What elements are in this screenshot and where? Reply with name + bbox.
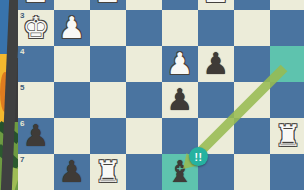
black-pawn-g7[interactable]: ♟: [54, 154, 90, 190]
square-a4[interactable]: [270, 46, 304, 82]
white-rook-a6[interactable]: ♜: [270, 118, 304, 154]
square-d5[interactable]: ♟: [162, 82, 198, 118]
video-frame-strip: [0, 0, 18, 190]
square-f4[interactable]: [90, 46, 126, 82]
white-rook-f7[interactable]: ♜: [90, 154, 126, 190]
square-e5[interactable]: [126, 82, 162, 118]
square-h5[interactable]: 5: [18, 82, 54, 118]
square-g7[interactable]: ♟: [54, 154, 90, 190]
square-e2[interactable]: [126, 0, 162, 10]
square-h6[interactable]: 6♟: [18, 118, 54, 154]
square-b6[interactable]: [234, 118, 270, 154]
black-pawn-c4[interactable]: ♟: [198, 46, 234, 82]
square-h2[interactable]: ♟: [18, 0, 54, 10]
square-d3[interactable]: [162, 10, 198, 46]
white-pawn-d4[interactable]: ♟: [162, 46, 198, 82]
brilliant-move-text: !!: [195, 151, 203, 163]
square-b3[interactable]: [234, 10, 270, 46]
square-a6[interactable]: ♜: [270, 118, 304, 154]
chess-board[interactable]: ♟♟♟3♚♟4♟♟5♟6♟♜7♟♜♝: [18, 0, 304, 190]
square-g3[interactable]: ♟: [54, 10, 90, 46]
square-a2[interactable]: [270, 0, 304, 10]
square-f6[interactable]: [90, 118, 126, 154]
square-a3[interactable]: [270, 10, 304, 46]
white-pawn-f2[interactable]: ♟: [90, 0, 126, 10]
square-f2[interactable]: ♟: [90, 0, 126, 10]
square-g2[interactable]: [54, 0, 90, 10]
square-c2[interactable]: ♟: [198, 0, 234, 10]
square-e4[interactable]: [126, 46, 162, 82]
square-e7[interactable]: [126, 154, 162, 190]
square-b7[interactable]: [234, 154, 270, 190]
rank-label-6: 6: [20, 119, 24, 128]
square-f5[interactable]: [90, 82, 126, 118]
rank-label-7: 7: [20, 155, 24, 164]
square-b5[interactable]: [234, 82, 270, 118]
brilliant-move-badge: !!: [189, 147, 208, 166]
square-d2[interactable]: [162, 0, 198, 10]
square-c5[interactable]: [198, 82, 234, 118]
square-g4[interactable]: [54, 46, 90, 82]
black-pawn-d5[interactable]: ♟: [162, 82, 198, 118]
square-c3[interactable]: [198, 10, 234, 46]
square-g5[interactable]: [54, 82, 90, 118]
square-h3[interactable]: 3♚: [18, 10, 54, 46]
square-e3[interactable]: [126, 10, 162, 46]
white-pawn-c2[interactable]: ♟: [198, 0, 234, 10]
square-a7[interactable]: [270, 154, 304, 190]
white-pawn-h2[interactable]: ♟: [18, 0, 54, 10]
square-b4[interactable]: [234, 46, 270, 82]
rank-label-5: 5: [20, 83, 24, 92]
square-e6[interactable]: [126, 118, 162, 154]
square-g6[interactable]: [54, 118, 90, 154]
square-c4[interactable]: ♟: [198, 46, 234, 82]
square-h4[interactable]: 4: [18, 46, 54, 82]
square-f3[interactable]: [90, 10, 126, 46]
square-a5[interactable]: [270, 82, 304, 118]
square-d4[interactable]: ♟: [162, 46, 198, 82]
square-h7[interactable]: 7: [18, 154, 54, 190]
rank-label-3: 3: [20, 11, 24, 20]
square-b2[interactable]: [234, 0, 270, 10]
square-f7[interactable]: ♜: [90, 154, 126, 190]
white-pawn-g3[interactable]: ♟: [54, 10, 90, 46]
rank-label-4: 4: [20, 47, 24, 56]
chess-analysis-screenshot: ♟♟♟3♚♟4♟♟5♟6♟♜7♟♜♝ !!: [0, 0, 304, 190]
